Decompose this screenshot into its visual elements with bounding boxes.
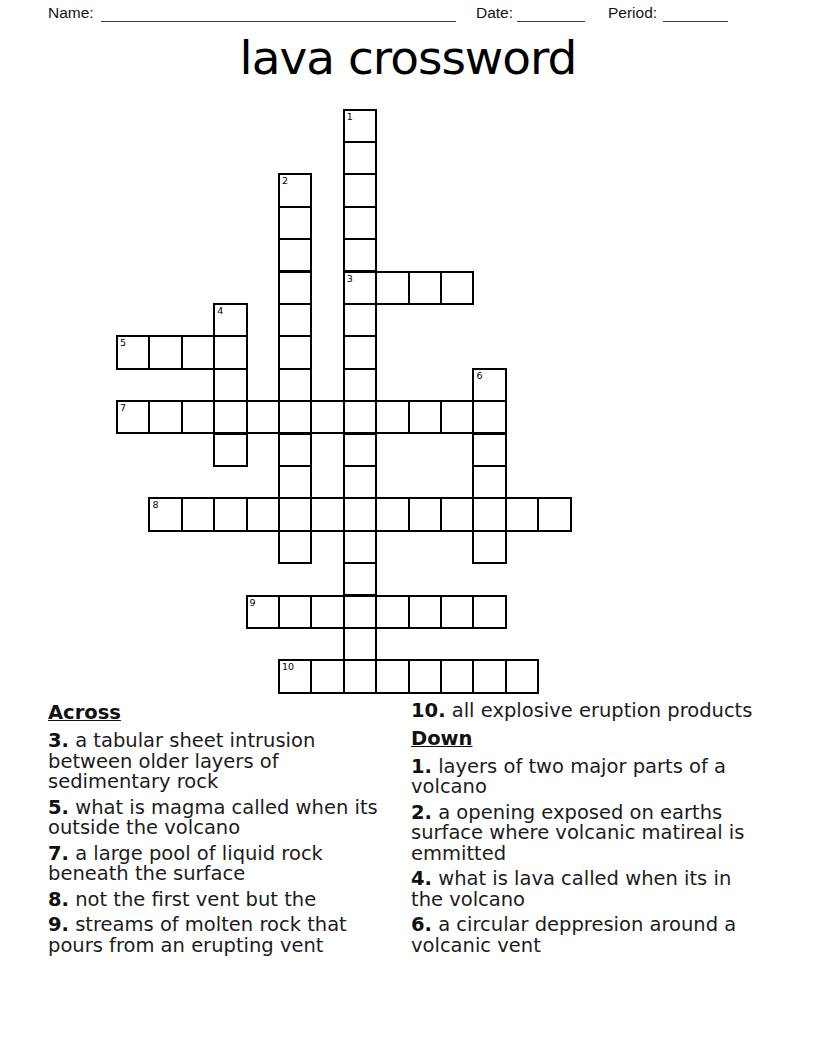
cell-r7c0[interactable]: 5	[116, 335, 150, 369]
cell-r13c7[interactable]	[343, 530, 377, 564]
cell-r9c7[interactable]	[343, 400, 377, 434]
cell-r15c5[interactable]	[278, 595, 312, 629]
cell-r1c7[interactable]	[343, 141, 377, 175]
cell-r12c7[interactable]	[343, 497, 377, 531]
clue-number-3: 3	[347, 273, 353, 284]
clue-8: 8. not the first vent but the	[48, 890, 385, 911]
clue-number-5: 5	[120, 337, 126, 348]
across-clues-list: 3. a tabular sheet intrusion between old…	[48, 731, 385, 956]
across-overflow-list: 10. all explosive eruption products	[411, 701, 767, 722]
clue-num-label: 3.	[48, 729, 69, 752]
cell-r12c1[interactable]: 8	[148, 497, 182, 531]
across-heading: Across	[48, 701, 385, 724]
clue-num-label: 2.	[411, 801, 432, 824]
clue-4: 4. what is lava called when its in the v…	[411, 869, 767, 910]
cell-r17c6[interactable]	[310, 659, 344, 693]
clue-5: 5. what is magma called when its outside…	[48, 798, 385, 839]
clue-num-label: 10.	[411, 699, 446, 722]
clue-number-4: 4	[217, 305, 223, 316]
clue-num-label: 7.	[48, 842, 69, 865]
clue-9: 9. streams of molten rock that pours fro…	[48, 915, 385, 956]
cell-r15c7[interactable]	[343, 595, 377, 629]
cell-r6c7[interactable]	[343, 303, 377, 337]
clue-number-2: 2	[282, 175, 288, 186]
cell-r9c6[interactable]	[310, 400, 344, 434]
cell-r11c11[interactable]	[472, 465, 506, 499]
cell-r12c2[interactable]	[181, 497, 215, 531]
cell-r9c8[interactable]	[375, 400, 409, 434]
clue-number-6: 6	[476, 370, 482, 381]
cell-r10c11[interactable]	[472, 433, 506, 467]
cell-r2c7[interactable]	[343, 173, 377, 207]
cell-r12c4[interactable]	[246, 497, 280, 531]
cell-r9c2[interactable]	[181, 400, 215, 434]
right-clues-column: 10. all explosive eruption products Down…	[411, 701, 767, 961]
cell-r12c3[interactable]	[213, 497, 247, 531]
cell-r3c5[interactable]	[278, 206, 312, 240]
cell-r9c9[interactable]	[408, 400, 442, 434]
cell-r12c8[interactable]	[375, 497, 409, 531]
cell-r8c11[interactable]: 6	[472, 368, 506, 402]
cell-r14c7[interactable]	[343, 562, 377, 596]
clue-num-label: 4.	[411, 867, 432, 890]
cell-r17c5[interactable]: 10	[278, 659, 312, 693]
clue-num-label: 6.	[411, 913, 432, 936]
cell-r10c3[interactable]	[213, 433, 247, 467]
clue-num-label: 5.	[48, 796, 69, 819]
cell-r13c5[interactable]	[278, 530, 312, 564]
clue-number-10: 10	[282, 661, 294, 672]
across-clues-column: Across 3. a tabular sheet intrusion betw…	[48, 701, 385, 961]
cell-r9c10[interactable]	[440, 400, 474, 434]
clue-3: 3. a tabular sheet intrusion between old…	[48, 731, 385, 793]
cell-r7c5[interactable]	[278, 335, 312, 369]
worksheet-page: Name: Date: Period: lava crossword 12345…	[0, 0, 816, 1056]
cell-r10c5[interactable]	[278, 433, 312, 467]
cell-r11c7[interactable]	[343, 465, 377, 499]
cell-r16c7[interactable]	[343, 627, 377, 661]
clue-number-7: 7	[120, 402, 126, 413]
cell-r17c7[interactable]	[343, 659, 377, 693]
cell-r7c7[interactable]	[343, 335, 377, 369]
cell-r12c6[interactable]	[310, 497, 344, 531]
cell-r12c9[interactable]	[408, 497, 442, 531]
cell-r15c11[interactable]	[472, 595, 506, 629]
cell-r9c0[interactable]: 7	[116, 400, 150, 434]
cell-r12c5[interactable]	[278, 497, 312, 531]
cell-r17c10[interactable]	[440, 659, 474, 693]
cell-r9c1[interactable]	[148, 400, 182, 434]
clue-number-9: 9	[250, 597, 256, 608]
cell-r15c10[interactable]	[440, 595, 474, 629]
cell-r4c7[interactable]	[343, 238, 377, 272]
cell-r15c8[interactable]	[375, 595, 409, 629]
cell-r8c3[interactable]	[213, 368, 247, 402]
cell-r4c5[interactable]	[278, 238, 312, 272]
cell-r15c6[interactable]	[310, 595, 344, 629]
cell-r9c4[interactable]	[246, 400, 280, 434]
clue-6: 6. a circular deppresion around a volcan…	[411, 915, 767, 956]
cell-r12c13[interactable]	[537, 497, 571, 531]
clue-num-label: 9.	[48, 913, 69, 936]
cell-r2c5[interactable]: 2	[278, 173, 312, 207]
clue-7: 7. a large pool of liquid rock beneath t…	[48, 844, 385, 885]
cell-r5c10[interactable]	[440, 271, 474, 305]
cell-r12c12[interactable]	[505, 497, 539, 531]
clue-num-label: 1.	[411, 755, 432, 778]
cell-r7c2[interactable]	[181, 335, 215, 369]
cell-r6c3[interactable]: 4	[213, 303, 247, 337]
down-clues-list: 1. layers of two major parts of a volcan…	[411, 757, 767, 957]
cell-r15c9[interactable]	[408, 595, 442, 629]
cell-r11c5[interactable]	[278, 465, 312, 499]
cell-r17c8[interactable]	[375, 659, 409, 693]
cell-r0c7[interactable]: 1	[343, 109, 377, 143]
down-heading: Down	[411, 727, 767, 750]
cell-r17c12[interactable]	[505, 659, 539, 693]
cell-r17c9[interactable]	[408, 659, 442, 693]
cell-r10c7[interactable]	[343, 433, 377, 467]
cell-r7c3[interactable]	[213, 335, 247, 369]
cell-r5c9[interactable]	[408, 271, 442, 305]
clue-10: 10. all explosive eruption products	[411, 701, 767, 722]
cell-r8c5[interactable]	[278, 368, 312, 402]
cell-r9c3[interactable]	[213, 400, 247, 434]
cell-r13c11[interactable]	[472, 530, 506, 564]
cell-r12c10[interactable]	[440, 497, 474, 531]
cell-r12c11[interactable]	[472, 497, 506, 531]
cell-r15c4[interactable]: 9	[246, 595, 280, 629]
cell-r9c11[interactable]	[472, 400, 506, 434]
cell-r5c8[interactable]	[375, 271, 409, 305]
cell-r17c11[interactable]	[472, 659, 506, 693]
cell-r9c5[interactable]	[278, 400, 312, 434]
clue-number-1: 1	[347, 111, 353, 122]
clue-2: 2. a opening exposed on earths surface w…	[411, 803, 767, 865]
cell-r5c7[interactable]: 3	[343, 271, 377, 305]
cell-r7c1[interactable]	[148, 335, 182, 369]
cell-r3c7[interactable]	[343, 206, 377, 240]
cell-r5c5[interactable]	[278, 271, 312, 305]
clue-number-8: 8	[152, 499, 158, 510]
cell-r8c7[interactable]	[343, 368, 377, 402]
clue-num-label: 8.	[48, 888, 69, 911]
cell-r6c5[interactable]	[278, 303, 312, 337]
clue-1: 1. layers of two major parts of a volcan…	[411, 757, 767, 798]
